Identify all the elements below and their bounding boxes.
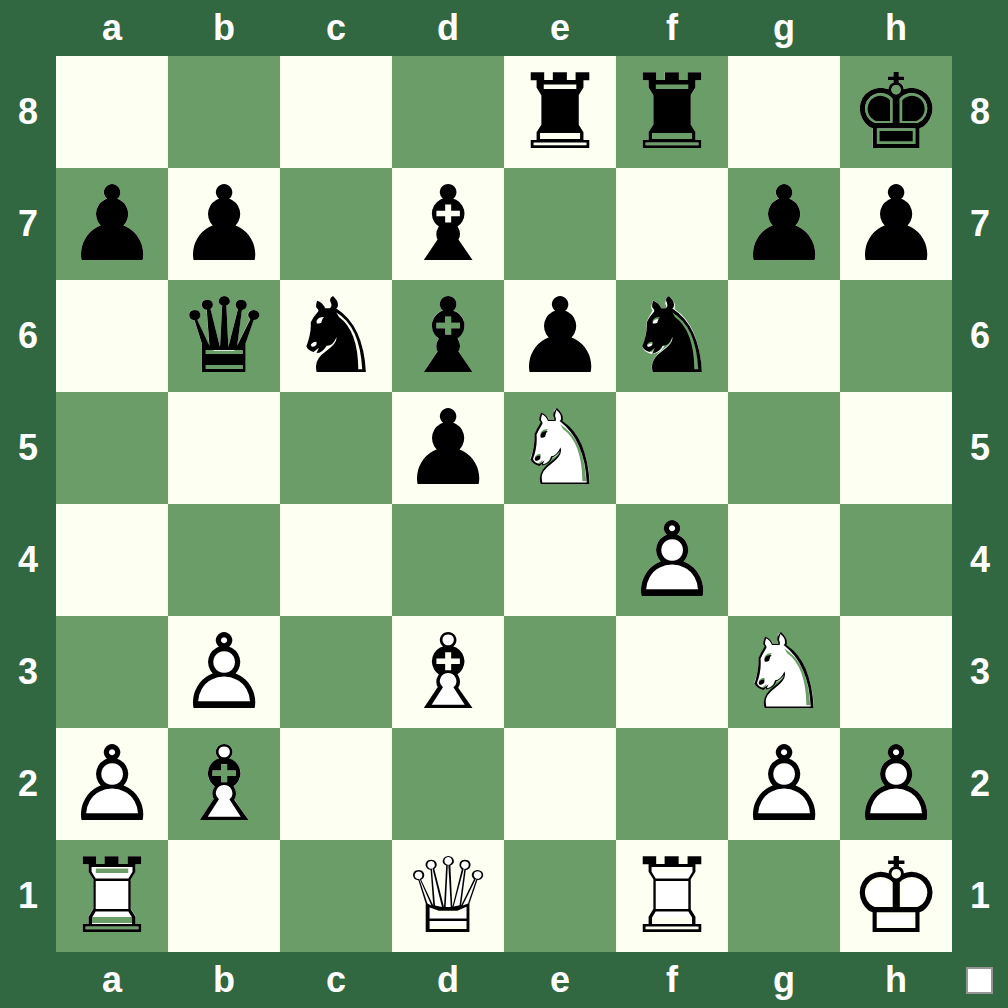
square-c4[interactable] bbox=[280, 504, 392, 616]
rank-label-1: 1 bbox=[952, 840, 1008, 952]
black-pawn-a7[interactable]: ♟ bbox=[56, 168, 168, 280]
white-knight-fill: ♞ bbox=[504, 392, 616, 504]
rank-labels-left: 87654321 bbox=[0, 56, 56, 952]
black-knight-fill: ♘ bbox=[280, 280, 392, 392]
square-e7[interactable] bbox=[504, 168, 616, 280]
rank-label-8: 8 bbox=[0, 56, 56, 168]
file-label-g: g bbox=[728, 952, 840, 1008]
white-rook-fill: ♜ bbox=[616, 840, 728, 952]
white-pawn-g2[interactable]: ♙ bbox=[728, 728, 840, 840]
square-c5[interactable] bbox=[280, 392, 392, 504]
square-e3[interactable] bbox=[504, 616, 616, 728]
file-label-b: b bbox=[168, 0, 280, 56]
black-king-h8[interactable]: ♚ bbox=[840, 56, 952, 168]
rank-label-3: 3 bbox=[0, 616, 56, 728]
white-bishop-fill: ♝ bbox=[168, 728, 280, 840]
square-e6[interactable]: ♙♟ bbox=[504, 280, 616, 392]
chess-board[interactable]: ♖♜♖♜♔♚♙♟♙♟♗♝♙♟♙♟♕♛♘♞♗♝♙♟♘♞♙♟♞♘♟♙♟♙♝♗♞♘♟♙… bbox=[56, 56, 952, 952]
white-pawn-fill: ♟ bbox=[168, 616, 280, 728]
square-f2[interactable] bbox=[616, 728, 728, 840]
square-d7[interactable]: ♗♝ bbox=[392, 168, 504, 280]
rank-label-7: 7 bbox=[952, 168, 1008, 280]
black-pawn-fill: ♙ bbox=[728, 168, 840, 280]
square-d6[interactable]: ♗♝ bbox=[392, 280, 504, 392]
square-g6[interactable] bbox=[728, 280, 840, 392]
square-d8[interactable] bbox=[392, 56, 504, 168]
white-pawn-fill: ♟ bbox=[616, 504, 728, 616]
black-queen-fill: ♕ bbox=[168, 280, 280, 392]
white-pawn-fill: ♟ bbox=[840, 728, 952, 840]
square-a8[interactable] bbox=[56, 56, 168, 168]
rank-label-6: 6 bbox=[0, 280, 56, 392]
square-e2[interactable] bbox=[504, 728, 616, 840]
black-pawn-b7[interactable]: ♟ bbox=[168, 168, 280, 280]
black-pawn-fill: ♙ bbox=[392, 392, 504, 504]
file-label-c: c bbox=[280, 0, 392, 56]
square-h4[interactable] bbox=[840, 504, 952, 616]
white-king-fill: ♚ bbox=[840, 840, 952, 952]
square-b7[interactable]: ♙♟ bbox=[168, 168, 280, 280]
white-king-h1[interactable]: ♔ bbox=[840, 840, 952, 952]
square-h2[interactable]: ♟♙ bbox=[840, 728, 952, 840]
square-c2[interactable] bbox=[280, 728, 392, 840]
square-g1[interactable] bbox=[728, 840, 840, 952]
file-label-f: f bbox=[616, 0, 728, 56]
rank-label-2: 2 bbox=[0, 728, 56, 840]
rank-label-2: 2 bbox=[952, 728, 1008, 840]
square-d4[interactable] bbox=[392, 504, 504, 616]
square-a4[interactable] bbox=[56, 504, 168, 616]
black-knight-c6[interactable]: ♞ bbox=[280, 280, 392, 392]
white-knight-fill: ♞ bbox=[728, 616, 840, 728]
file-label-e: e bbox=[504, 0, 616, 56]
square-h6[interactable] bbox=[840, 280, 952, 392]
square-f6[interactable]: ♘♞ bbox=[616, 280, 728, 392]
black-pawn-fill: ♙ bbox=[56, 168, 168, 280]
square-f1[interactable]: ♜♖ bbox=[616, 840, 728, 952]
square-h7[interactable]: ♙♟ bbox=[840, 168, 952, 280]
square-e5[interactable]: ♞♘ bbox=[504, 392, 616, 504]
white-queen-d1[interactable]: ♕ bbox=[392, 840, 504, 952]
black-rook-e8[interactable]: ♜ bbox=[504, 56, 616, 168]
file-label-h: h bbox=[840, 952, 952, 1008]
rank-label-3: 3 bbox=[952, 616, 1008, 728]
square-a5[interactable] bbox=[56, 392, 168, 504]
square-a2[interactable]: ♟♙ bbox=[56, 728, 168, 840]
black-knight-fill: ♘ bbox=[616, 280, 728, 392]
file-labels-top: abcdefgh bbox=[56, 0, 952, 56]
file-label-d: d bbox=[392, 952, 504, 1008]
black-pawn-fill: ♙ bbox=[504, 280, 616, 392]
square-d5[interactable]: ♙♟ bbox=[392, 392, 504, 504]
square-a7[interactable]: ♙♟ bbox=[56, 168, 168, 280]
square-e4[interactable] bbox=[504, 504, 616, 616]
white-pawn-a2[interactable]: ♙ bbox=[56, 728, 168, 840]
rank-label-6: 6 bbox=[952, 280, 1008, 392]
square-b1[interactable] bbox=[168, 840, 280, 952]
file-label-g: g bbox=[728, 0, 840, 56]
file-label-h: h bbox=[840, 0, 952, 56]
white-rook-a1[interactable]: ♖ bbox=[56, 840, 168, 952]
rank-label-7: 7 bbox=[0, 168, 56, 280]
square-g7[interactable]: ♙♟ bbox=[728, 168, 840, 280]
white-pawn-b3[interactable]: ♙ bbox=[168, 616, 280, 728]
square-d1[interactable]: ♛♕ bbox=[392, 840, 504, 952]
black-pawn-fill: ♙ bbox=[840, 168, 952, 280]
file-label-d: d bbox=[392, 0, 504, 56]
square-g2[interactable]: ♟♙ bbox=[728, 728, 840, 840]
white-rook-fill: ♜ bbox=[56, 840, 168, 952]
black-pawn-d5[interactable]: ♟ bbox=[392, 392, 504, 504]
square-g5[interactable] bbox=[728, 392, 840, 504]
file-label-c: c bbox=[280, 952, 392, 1008]
black-queen-b6[interactable]: ♛ bbox=[168, 280, 280, 392]
black-king-fill: ♔ bbox=[840, 56, 952, 168]
rank-labels-right: 87654321 bbox=[952, 56, 1008, 952]
square-c1[interactable] bbox=[280, 840, 392, 952]
white-to-move-indicator bbox=[966, 967, 993, 994]
white-knight-e5[interactable]: ♘ bbox=[504, 392, 616, 504]
square-h1[interactable]: ♚♔ bbox=[840, 840, 952, 952]
square-a1[interactable]: ♜♖ bbox=[56, 840, 168, 952]
white-pawn-f4[interactable]: ♙ bbox=[616, 504, 728, 616]
black-pawn-fill: ♙ bbox=[168, 168, 280, 280]
white-pawn-fill: ♟ bbox=[56, 728, 168, 840]
square-c7[interactable] bbox=[280, 168, 392, 280]
square-b2[interactable]: ♝♗ bbox=[168, 728, 280, 840]
square-b6[interactable]: ♕♛ bbox=[168, 280, 280, 392]
square-d2[interactable] bbox=[392, 728, 504, 840]
black-bishop-fill: ♗ bbox=[392, 280, 504, 392]
square-a6[interactable] bbox=[56, 280, 168, 392]
square-g8[interactable] bbox=[728, 56, 840, 168]
white-rook-f1[interactable]: ♖ bbox=[616, 840, 728, 952]
square-b8[interactable] bbox=[168, 56, 280, 168]
square-h5[interactable] bbox=[840, 392, 952, 504]
black-pawn-h7[interactable]: ♟ bbox=[840, 168, 952, 280]
square-h8[interactable]: ♔♚ bbox=[840, 56, 952, 168]
white-pawn-h2[interactable]: ♙ bbox=[840, 728, 952, 840]
black-rook-fill: ♖ bbox=[616, 56, 728, 168]
white-pawn-fill: ♟ bbox=[728, 728, 840, 840]
square-f5[interactable] bbox=[616, 392, 728, 504]
white-bishop-d3[interactable]: ♗ bbox=[392, 616, 504, 728]
square-g3[interactable]: ♞♘ bbox=[728, 616, 840, 728]
file-label-b: b bbox=[168, 952, 280, 1008]
square-c3[interactable] bbox=[280, 616, 392, 728]
chess-board-window: abcdefgh abcdefgh 87654321 87654321 ♖♜♖♜… bbox=[0, 0, 1008, 1008]
white-bishop-fill: ♝ bbox=[392, 616, 504, 728]
black-bishop-fill: ♗ bbox=[392, 168, 504, 280]
square-h3[interactable] bbox=[840, 616, 952, 728]
square-f4[interactable]: ♟♙ bbox=[616, 504, 728, 616]
file-label-a: a bbox=[56, 0, 168, 56]
square-c6[interactable]: ♘♞ bbox=[280, 280, 392, 392]
black-pawn-e6[interactable]: ♟ bbox=[504, 280, 616, 392]
square-c8[interactable] bbox=[280, 56, 392, 168]
rank-label-5: 5 bbox=[952, 392, 1008, 504]
black-pawn-g7[interactable]: ♟ bbox=[728, 168, 840, 280]
rank-label-8: 8 bbox=[952, 56, 1008, 168]
white-knight-g3[interactable]: ♘ bbox=[728, 616, 840, 728]
square-f8[interactable]: ♖♜ bbox=[616, 56, 728, 168]
rank-label-4: 4 bbox=[952, 504, 1008, 616]
square-g4[interactable] bbox=[728, 504, 840, 616]
rank-label-1: 1 bbox=[0, 840, 56, 952]
square-b4[interactable] bbox=[168, 504, 280, 616]
rank-label-5: 5 bbox=[0, 392, 56, 504]
square-d3[interactable]: ♝♗ bbox=[392, 616, 504, 728]
square-f3[interactable] bbox=[616, 616, 728, 728]
square-a3[interactable] bbox=[56, 616, 168, 728]
file-labels-bottom: abcdefgh bbox=[56, 952, 952, 1008]
black-bishop-d7[interactable]: ♝ bbox=[392, 168, 504, 280]
white-bishop-b2[interactable]: ♗ bbox=[168, 728, 280, 840]
white-queen-fill: ♛ bbox=[392, 840, 504, 952]
square-f7[interactable] bbox=[616, 168, 728, 280]
square-b3[interactable]: ♟♙ bbox=[168, 616, 280, 728]
square-e8[interactable]: ♖♜ bbox=[504, 56, 616, 168]
black-rook-f8[interactable]: ♜ bbox=[616, 56, 728, 168]
black-knight-f6[interactable]: ♞ bbox=[616, 280, 728, 392]
square-e1[interactable] bbox=[504, 840, 616, 952]
file-label-a: a bbox=[56, 952, 168, 1008]
file-label-f: f bbox=[616, 952, 728, 1008]
square-b5[interactable] bbox=[168, 392, 280, 504]
rank-label-4: 4 bbox=[0, 504, 56, 616]
black-rook-fill: ♖ bbox=[504, 56, 616, 168]
black-bishop-d6[interactable]: ♝ bbox=[392, 280, 504, 392]
file-label-e: e bbox=[504, 952, 616, 1008]
